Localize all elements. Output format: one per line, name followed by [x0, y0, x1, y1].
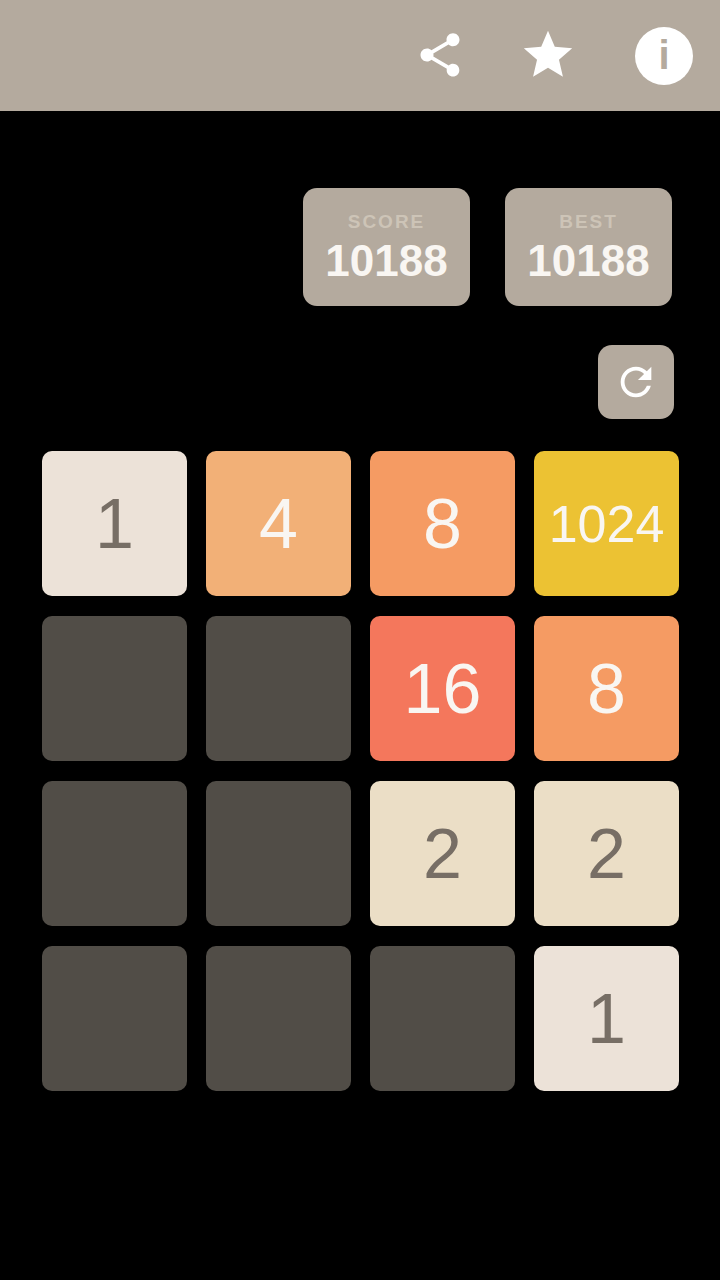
refresh-icon [613, 359, 659, 405]
tile-1024: 1024 [534, 451, 679, 596]
top-app-bar: i [0, 0, 720, 111]
favorite-star-icon[interactable] [517, 26, 579, 84]
info-icon[interactable]: i [635, 27, 693, 85]
empty-cell [42, 616, 187, 761]
best-score-box: BEST 10188 [505, 188, 672, 306]
best-label: BEST [559, 212, 618, 231]
tile-4: 4 [206, 451, 351, 596]
tile-1: 1 [42, 451, 187, 596]
share-icon[interactable] [414, 29, 466, 81]
tile-2: 2 [370, 781, 515, 926]
empty-cell [206, 946, 351, 1091]
empty-cell [370, 946, 515, 1091]
empty-cell [42, 946, 187, 1091]
score-box: SCORE 10188 [303, 188, 470, 306]
restart-button[interactable] [598, 345, 674, 419]
tile-2: 2 [534, 781, 679, 926]
best-value: 10188 [527, 239, 649, 283]
tile-1: 1 [534, 946, 679, 1091]
tile-8: 8 [370, 451, 515, 596]
info-icon-glyph: i [658, 35, 669, 75]
score-value: 10188 [325, 239, 447, 283]
empty-cell [42, 781, 187, 926]
tile-16: 16 [370, 616, 515, 761]
empty-cell [206, 616, 351, 761]
tile-8: 8 [534, 616, 679, 761]
empty-cell [206, 781, 351, 926]
board[interactable]: 1481024168221 [42, 451, 679, 1091]
score-label: SCORE [348, 212, 426, 231]
